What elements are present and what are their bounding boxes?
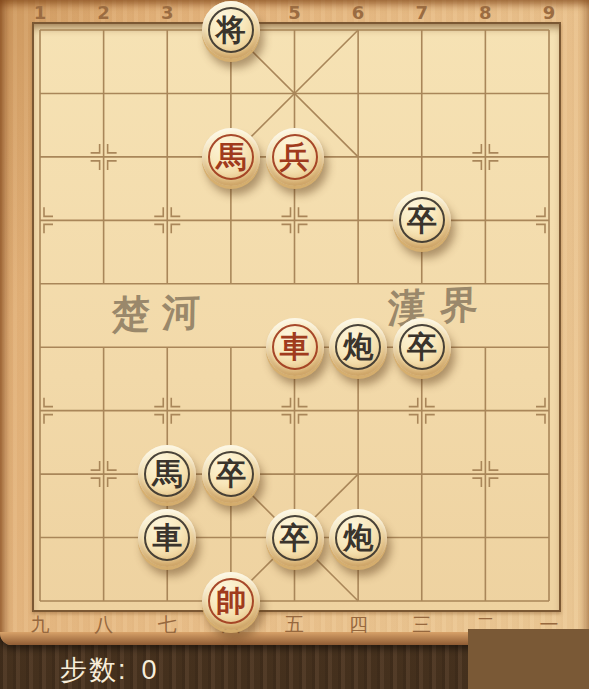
column-label-top-9: 9 <box>543 2 556 23</box>
xiangqi-app: 楚河 漢界 123456789九八七六五四三二一 将馬兵卒車炮卒馬卒車卒炮帥 步… <box>0 0 589 689</box>
column-label-bottom-5: 五 <box>285 612 304 638</box>
piece-卒-black[interactable]: 卒 <box>393 318 451 376</box>
piece-卒-black[interactable]: 卒 <box>266 509 324 567</box>
piece-character: 卒 <box>393 191 451 249</box>
piece-卒-black[interactable]: 卒 <box>393 191 451 249</box>
river-text-left: 楚河 <box>112 286 213 341</box>
piece-character: 炮 <box>329 318 387 376</box>
piece-兵-red[interactable]: 兵 <box>266 128 324 186</box>
piece-character: 帥 <box>202 572 260 630</box>
move-count-label: 步数: <box>60 655 128 685</box>
piece-character: 卒 <box>266 509 324 567</box>
piece-車-black[interactable]: 車 <box>138 509 196 567</box>
column-label-bottom-2: 八 <box>94 612 113 638</box>
column-label-bottom-1: 九 <box>31 612 50 638</box>
column-label-bottom-7: 三 <box>412 612 431 638</box>
status-bar: 步数:0 <box>60 652 159 688</box>
piece-character: 炮 <box>329 509 387 567</box>
move-count-value: 0 <box>142 655 159 685</box>
column-label-top-7: 7 <box>415 2 428 23</box>
column-label-top-3: 3 <box>161 2 174 23</box>
piece-馬-black[interactable]: 馬 <box>138 445 196 503</box>
column-label-top-5: 5 <box>288 2 301 23</box>
piece-character: 車 <box>266 318 324 376</box>
piece-車-red[interactable]: 車 <box>266 318 324 376</box>
piece-character: 卒 <box>393 318 451 376</box>
piece-character: 兵 <box>266 128 324 186</box>
column-label-top-6: 6 <box>352 2 365 23</box>
corner-overlay <box>468 629 589 689</box>
piece-炮-black[interactable]: 炮 <box>329 509 387 567</box>
piece-将-black[interactable]: 将 <box>202 1 260 59</box>
piece-馬-red[interactable]: 馬 <box>202 128 260 186</box>
column-label-top-1: 1 <box>34 2 47 23</box>
piece-炮-black[interactable]: 炮 <box>329 318 387 376</box>
piece-character: 馬 <box>138 445 196 503</box>
piece-卒-black[interactable]: 卒 <box>202 445 260 503</box>
column-label-bottom-3: 七 <box>158 612 177 638</box>
column-label-top-8: 8 <box>479 2 492 23</box>
piece-character: 卒 <box>202 445 260 503</box>
piece-character: 車 <box>138 509 196 567</box>
column-label-top-2: 2 <box>97 2 110 23</box>
column-label-bottom-6: 四 <box>349 612 368 638</box>
piece-character: 馬 <box>202 128 260 186</box>
piece-帥-red[interactable]: 帥 <box>202 572 260 630</box>
piece-character: 将 <box>202 1 260 59</box>
